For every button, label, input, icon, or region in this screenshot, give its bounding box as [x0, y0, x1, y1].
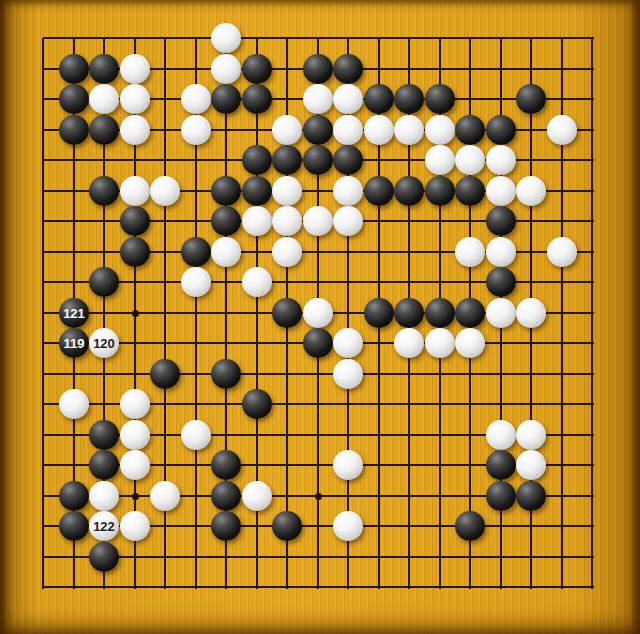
stone-white [333, 176, 363, 206]
stone-white [486, 298, 516, 328]
stone-black [303, 328, 333, 358]
stone-black [89, 267, 119, 297]
stone-black [211, 359, 241, 389]
stone-white [120, 84, 150, 114]
stone-black [59, 54, 89, 84]
stone-white [181, 420, 211, 450]
stone-white [89, 84, 119, 114]
stone-white [211, 237, 241, 267]
stone-black [455, 176, 485, 206]
stone-white [272, 115, 302, 145]
stone-black [272, 298, 302, 328]
stone-black [303, 145, 333, 175]
stone-black [89, 450, 119, 480]
stone-white [120, 420, 150, 450]
stone-white [333, 450, 363, 480]
stone-black [242, 145, 272, 175]
stone-white [516, 176, 546, 206]
stone-white [272, 206, 302, 236]
stone-white [333, 206, 363, 236]
stone-white [425, 145, 455, 175]
stone-white [486, 145, 516, 175]
stone-black [455, 115, 485, 145]
stone-black [364, 176, 394, 206]
stone-black [150, 359, 180, 389]
stone-black [516, 481, 546, 511]
grid-hline [43, 556, 594, 558]
stone-black [89, 420, 119, 450]
stone-black [211, 511, 241, 541]
stone-black [242, 389, 272, 419]
stone-white [59, 389, 89, 419]
stone-white [120, 511, 150, 541]
stone-white [89, 481, 119, 511]
stone-black [242, 176, 272, 206]
stone-white [455, 145, 485, 175]
stone-black [272, 511, 302, 541]
stone-black [89, 542, 119, 572]
stone-white [394, 328, 424, 358]
stone-black [394, 298, 424, 328]
stone-white [486, 420, 516, 450]
stone-black [425, 298, 455, 328]
stone-black [486, 206, 516, 236]
stone-white [150, 176, 180, 206]
stone-white [181, 267, 211, 297]
stone-white [303, 206, 333, 236]
stone-black [455, 298, 485, 328]
go-board-scene: 121119120122 [0, 0, 640, 634]
stone-black [120, 237, 150, 267]
stone-white [516, 298, 546, 328]
stone-white [242, 206, 272, 236]
stone-black [425, 84, 455, 114]
stone-black [486, 267, 516, 297]
stone-white [333, 359, 363, 389]
stone-white [120, 115, 150, 145]
stone-black [89, 115, 119, 145]
stone-white [303, 298, 333, 328]
stone-black [59, 481, 89, 511]
stone-black [455, 511, 485, 541]
stone-black [89, 54, 119, 84]
stone-black [303, 115, 333, 145]
stone-black [211, 84, 241, 114]
stone-black [364, 298, 394, 328]
stone-white [120, 450, 150, 480]
stone-black [486, 450, 516, 480]
stone-white [394, 115, 424, 145]
stone-white [425, 328, 455, 358]
stone-black [211, 481, 241, 511]
stone-white [211, 54, 241, 84]
stone-black [364, 84, 394, 114]
stone-black [272, 145, 302, 175]
stone-black [59, 84, 89, 114]
stone-white [547, 115, 577, 145]
star-point [132, 493, 139, 500]
stone-black [89, 176, 119, 206]
stone-white [333, 115, 363, 145]
stone-white [333, 84, 363, 114]
stone-white [547, 237, 577, 267]
go-board[interactable]: 121119120122 [43, 38, 594, 589]
stone-white [242, 481, 272, 511]
stone-white [120, 176, 150, 206]
stone-black [425, 176, 455, 206]
stone-black [120, 206, 150, 236]
stone-white [516, 420, 546, 450]
stone-white-move-122: 122 [89, 511, 119, 541]
grid-hline [43, 586, 594, 588]
stone-white [120, 389, 150, 419]
stone-black [59, 115, 89, 145]
stone-black [181, 237, 211, 267]
stone-white [455, 237, 485, 267]
stone-white [242, 267, 272, 297]
stone-white [272, 237, 302, 267]
stone-black [394, 84, 424, 114]
stone-black [486, 481, 516, 511]
stone-white [333, 511, 363, 541]
stone-black [303, 54, 333, 84]
stone-white [303, 84, 333, 114]
stone-white [486, 237, 516, 267]
stone-white-move-120: 120 [89, 328, 119, 358]
stone-white [181, 115, 211, 145]
grid-hline [43, 373, 594, 375]
grid-vline [591, 38, 593, 589]
stone-white [364, 115, 394, 145]
stone-white [516, 450, 546, 480]
stone-black [333, 54, 363, 84]
stone-white [120, 54, 150, 84]
star-point [132, 310, 139, 317]
stone-black [211, 450, 241, 480]
stone-black [59, 511, 89, 541]
stone-white [181, 84, 211, 114]
stone-black [394, 176, 424, 206]
stone-black [516, 84, 546, 114]
stone-white [333, 328, 363, 358]
stone-black [242, 54, 272, 84]
stone-black [333, 145, 363, 175]
stone-white [486, 176, 516, 206]
stone-black-move-121: 121 [59, 298, 89, 328]
stone-white [455, 328, 485, 358]
stone-white [150, 481, 180, 511]
stone-white [211, 23, 241, 53]
stone-black [242, 84, 272, 114]
stone-black [211, 176, 241, 206]
stone-white [425, 115, 455, 145]
stone-black [486, 115, 516, 145]
stone-black [211, 206, 241, 236]
star-point [315, 493, 322, 500]
stone-white [272, 176, 302, 206]
stone-black-move-119: 119 [59, 328, 89, 358]
